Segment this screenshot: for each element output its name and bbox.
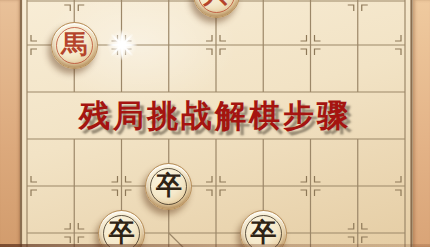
piece-character: 馬: [61, 31, 87, 57]
piece-character: 卒: [156, 172, 182, 198]
piece-character: 卒: [250, 219, 276, 245]
piece-red-馬[interactable]: 馬: [51, 22, 98, 69]
piece-black-卒[interactable]: 卒: [145, 163, 192, 210]
piece-character: 兵: [203, 0, 229, 6]
piece-character: 卒: [109, 219, 135, 245]
xiangqi-board-screen: 兵馬卒卒卒 残局挑战解棋步骤: [0, 0, 430, 247]
overlay-title: 残局挑战解棋步骤: [0, 99, 430, 133]
